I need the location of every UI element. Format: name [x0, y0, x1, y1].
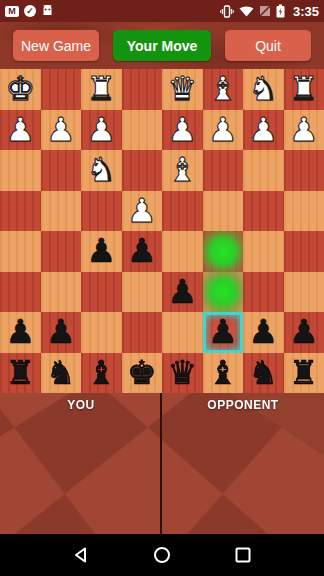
- square-h2[interactable]: ♟: [0, 110, 41, 151]
- square-c6[interactable]: [203, 272, 244, 313]
- piece-white-king: ♚: [5, 69, 35, 109]
- player-area: YOU OPPONENT: [0, 393, 324, 534]
- square-h4[interactable]: [0, 191, 41, 232]
- square-f4[interactable]: [81, 191, 122, 232]
- square-d4[interactable]: [162, 191, 203, 232]
- square-c7[interactable]: ♟: [203, 312, 244, 353]
- piece-black-bishop: ♝: [208, 353, 238, 393]
- square-g8[interactable]: ♞: [41, 353, 82, 394]
- status-bar-system: 3:35: [220, 4, 319, 19]
- square-g1[interactable]: [41, 69, 82, 110]
- status-bar-notifications: M ✓: [5, 5, 54, 17]
- piece-white-queen: ♛: [167, 69, 197, 109]
- square-h5[interactable]: [0, 231, 41, 272]
- square-d1[interactable]: ♛: [162, 69, 203, 110]
- square-f2[interactable]: ♟: [81, 110, 122, 151]
- square-c4[interactable]: [203, 191, 244, 232]
- square-f8[interactable]: ♝: [81, 353, 122, 394]
- quit-button[interactable]: Quit: [225, 30, 311, 61]
- piece-white-pawn: ♟: [167, 110, 197, 150]
- square-b5[interactable]: [243, 231, 284, 272]
- piece-white-pawn: ♟: [5, 110, 35, 150]
- piece-white-pawn: ♟: [248, 110, 278, 150]
- square-e4[interactable]: ♟: [122, 191, 163, 232]
- gmail-icon: M: [5, 6, 19, 17]
- square-c1[interactable]: ♝: [203, 69, 244, 110]
- floor-checker-texture: [0, 393, 324, 534]
- piece-white-pawn: ♟: [86, 110, 116, 150]
- no-sim-icon: [259, 5, 271, 17]
- square-d8[interactable]: ♛: [162, 353, 203, 394]
- square-g3[interactable]: [41, 150, 82, 191]
- square-e5[interactable]: ♟: [122, 231, 163, 272]
- back-icon[interactable]: [72, 546, 90, 564]
- square-c3[interactable]: [203, 150, 244, 191]
- square-b8[interactable]: ♞: [243, 353, 284, 394]
- toolbar: New Game Your Move Quit: [0, 22, 324, 69]
- piece-black-rook: ♜: [5, 353, 35, 393]
- piece-black-pawn: ♟: [127, 231, 157, 271]
- piece-white-pawn: ♟: [127, 191, 157, 231]
- battery-charging-icon: [276, 4, 285, 18]
- piece-black-king: ♚: [127, 353, 157, 393]
- piece-white-bishop: ♝: [167, 150, 197, 190]
- square-h7[interactable]: ♟: [0, 312, 41, 353]
- square-b4[interactable]: [243, 191, 284, 232]
- square-e8[interactable]: ♚: [122, 353, 163, 394]
- wifi-icon: [239, 5, 254, 17]
- square-g2[interactable]: ♟: [41, 110, 82, 151]
- square-b1[interactable]: ♞: [243, 69, 284, 110]
- square-f5[interactable]: ♟: [81, 231, 122, 272]
- piece-black-queen: ♛: [167, 353, 197, 393]
- square-a3[interactable]: [284, 150, 324, 191]
- square-a5[interactable]: [284, 231, 324, 272]
- piece-white-bishop: ♝: [208, 69, 238, 109]
- piece-black-pawn: ♟: [86, 231, 116, 271]
- piece-white-rook: ♜: [86, 69, 116, 109]
- piece-black-rook: ♜: [289, 353, 319, 393]
- move-status-button[interactable]: Your Move: [113, 30, 211, 61]
- app-screen: M ✓: [0, 0, 324, 576]
- square-c5[interactable]: [203, 231, 244, 272]
- android-robot-icon: [41, 5, 54, 17]
- piece-black-pawn: ♟: [5, 312, 35, 352]
- square-c8[interactable]: ♝: [203, 353, 244, 394]
- recents-icon[interactable]: [234, 546, 252, 564]
- square-g7[interactable]: ♟: [41, 312, 82, 353]
- square-f3[interactable]: ♞: [81, 150, 122, 191]
- square-b2[interactable]: ♟: [243, 110, 284, 151]
- square-d3[interactable]: ♝: [162, 150, 203, 191]
- square-a8[interactable]: ♜: [284, 353, 324, 394]
- square-g5[interactable]: [41, 231, 82, 272]
- piece-black-pawn: ♟: [46, 312, 76, 352]
- square-a7[interactable]: ♟: [284, 312, 324, 353]
- square-e1[interactable]: [122, 69, 163, 110]
- square-a6[interactable]: [284, 272, 324, 313]
- square-h1[interactable]: ♚: [0, 69, 41, 110]
- check-notification-icon: ✓: [24, 5, 36, 17]
- square-f6[interactable]: [81, 272, 122, 313]
- you-label: YOU: [0, 398, 162, 412]
- piece-black-pawn: ♟: [289, 312, 319, 352]
- piece-white-pawn: ♟: [289, 110, 319, 150]
- opponent-label: OPPONENT: [162, 398, 324, 412]
- square-e7[interactable]: [122, 312, 163, 353]
- square-d7[interactable]: [162, 312, 203, 353]
- new-game-button[interactable]: New Game: [13, 30, 99, 61]
- square-h8[interactable]: ♜: [0, 353, 41, 394]
- square-c2[interactable]: ♟: [203, 110, 244, 151]
- piece-black-pawn: ♟: [208, 312, 238, 352]
- square-g6[interactable]: [41, 272, 82, 313]
- square-d2[interactable]: ♟: [162, 110, 203, 151]
- piece-black-pawn: ♟: [167, 272, 197, 312]
- square-f7[interactable]: [81, 312, 122, 353]
- square-h3[interactable]: [0, 150, 41, 191]
- square-b6[interactable]: [243, 272, 284, 313]
- square-d6[interactable]: ♟: [162, 272, 203, 313]
- player-divider-line: [160, 393, 162, 534]
- status-bar: M ✓: [0, 0, 324, 22]
- square-e3[interactable]: [122, 150, 163, 191]
- square-b7[interactable]: ♟: [243, 312, 284, 353]
- piece-white-knight: ♞: [86, 150, 116, 190]
- home-icon[interactable]: [153, 546, 171, 564]
- square-a1[interactable]: ♜: [284, 69, 324, 110]
- square-a2[interactable]: ♟: [284, 110, 324, 151]
- piece-white-pawn: ♟: [46, 110, 76, 150]
- chess-board: ♚♜♛♝♞♜♟♟♟♟♟♟♟♞♝♟♟♟♟♟♟♟♟♟♜♞♝♚♛♝♞♜: [0, 69, 324, 393]
- piece-white-knight: ♞: [248, 69, 278, 109]
- piece-black-pawn: ♟: [248, 312, 278, 352]
- square-g4[interactable]: [41, 191, 82, 232]
- piece-black-bishop: ♝: [86, 353, 116, 393]
- square-h6[interactable]: [0, 272, 41, 313]
- square-d5[interactable]: [162, 231, 203, 272]
- square-e6[interactable]: [122, 272, 163, 313]
- square-a4[interactable]: [284, 191, 324, 232]
- piece-white-pawn: ♟: [208, 110, 238, 150]
- android-nav-bar: [0, 534, 324, 576]
- square-e2[interactable]: [122, 110, 163, 151]
- square-f1[interactable]: ♜: [81, 69, 122, 110]
- clock-time: 3:35: [293, 4, 319, 19]
- piece-black-knight: ♞: [248, 353, 278, 393]
- vibrate-icon: [220, 5, 234, 18]
- piece-black-knight: ♞: [46, 353, 76, 393]
- square-b3[interactable]: [243, 150, 284, 191]
- piece-white-rook: ♜: [289, 69, 319, 109]
